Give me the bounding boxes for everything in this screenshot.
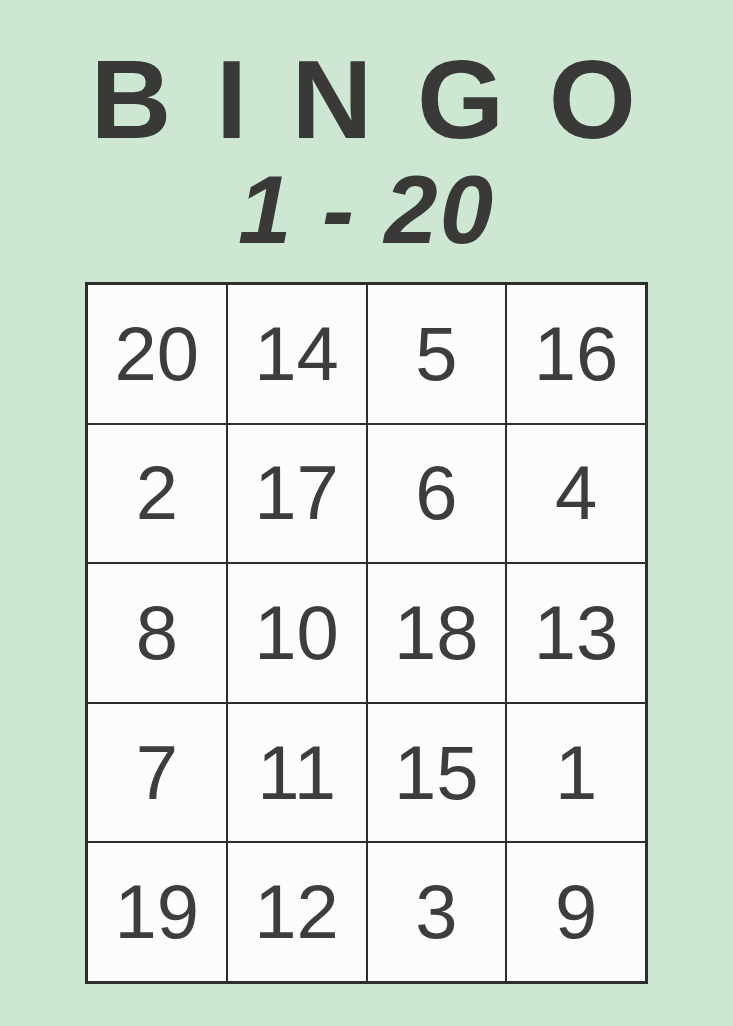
bingo-card: B I N G O 1 - 20 20145162176481018137111… [0,0,733,1026]
bingo-cell-r4c3[interactable]: 15 [367,703,507,843]
bingo-cell-r5c3[interactable]: 3 [367,842,507,982]
bingo-title: B I N G O [90,44,642,156]
bingo-cell-r1c4[interactable]: 16 [506,284,646,424]
bingo-range-subtitle: 1 - 20 [238,162,495,258]
bingo-cell-r5c2[interactable]: 12 [227,842,367,982]
bingo-cell-r4c4[interactable]: 1 [506,703,646,843]
bingo-cell-r2c2[interactable]: 17 [227,424,367,564]
bingo-cell-r1c1[interactable]: 20 [87,284,227,424]
bingo-cell-r4c1[interactable]: 7 [87,703,227,843]
bingo-cell-r2c4[interactable]: 4 [506,424,646,564]
bingo-cell-r3c3[interactable]: 18 [367,563,507,703]
bingo-cell-r3c2[interactable]: 10 [227,563,367,703]
bingo-cell-r1c3[interactable]: 5 [367,284,507,424]
bingo-cell-r2c1[interactable]: 2 [87,424,227,564]
bingo-cell-r3c4[interactable]: 13 [506,563,646,703]
bingo-board: 2014516217648101813711151191239 [85,282,648,984]
bingo-cell-r5c1[interactable]: 19 [87,842,227,982]
bingo-cell-r2c3[interactable]: 6 [367,424,507,564]
bingo-cell-r1c2[interactable]: 14 [227,284,367,424]
bingo-cell-r3c1[interactable]: 8 [87,563,227,703]
bingo-cell-r4c2[interactable]: 11 [227,703,367,843]
bingo-cell-r5c4[interactable]: 9 [506,842,646,982]
